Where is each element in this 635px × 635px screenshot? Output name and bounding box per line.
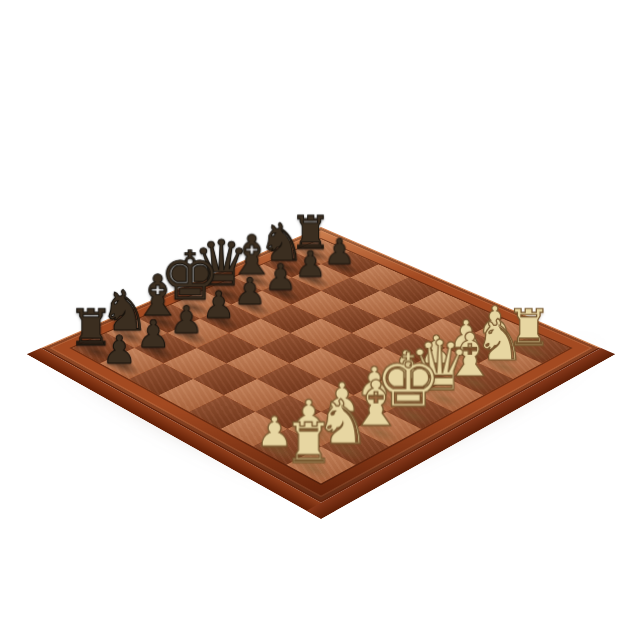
piece-black-pawn-c7[interactable]: ♟: [264, 260, 296, 296]
square-c6[interactable]: [291, 291, 351, 319]
chess-board: ♜♟♟♜♞♟♟♞♝♟♟♝♛♟♟♛♚♟♟♚♝♟♟♝♞♟♟♞♜♟♟♜: [72, 239, 570, 483]
piece-black-pawn-a7[interactable]: ♟: [324, 234, 356, 269]
piece-black-pawn-e7[interactable]: ♟: [202, 287, 235, 324]
piece-black-pawn-h7[interactable]: ♟: [102, 330, 137, 369]
piece-black-pawn-d7[interactable]: ♟: [234, 273, 267, 310]
square-g5[interactable]: [193, 363, 257, 395]
piece-white-rook-h1[interactable]: ♜: [284, 416, 334, 472]
photo-stage: ♜♟♟♜♞♟♟♞♝♟♟♝♛♟♟♛♚♟♟♚♝♟♟♝♞♟♟♞♜♟♟♜: [0, 0, 635, 635]
piece-black-pawn-b7[interactable]: ♟: [294, 246, 326, 282]
chess-board-frame: ♜♟♟♜♞♟♟♞♝♟♟♝♛♟♟♛♚♟♟♚♝♟♟♝♞♟♟♞♜♟♟♜: [41, 227, 601, 503]
square-e5[interactable]: [259, 333, 321, 363]
piece-black-pawn-g7[interactable]: ♟: [136, 315, 170, 353]
piece-black-pawn-f7[interactable]: ♟: [170, 301, 204, 339]
